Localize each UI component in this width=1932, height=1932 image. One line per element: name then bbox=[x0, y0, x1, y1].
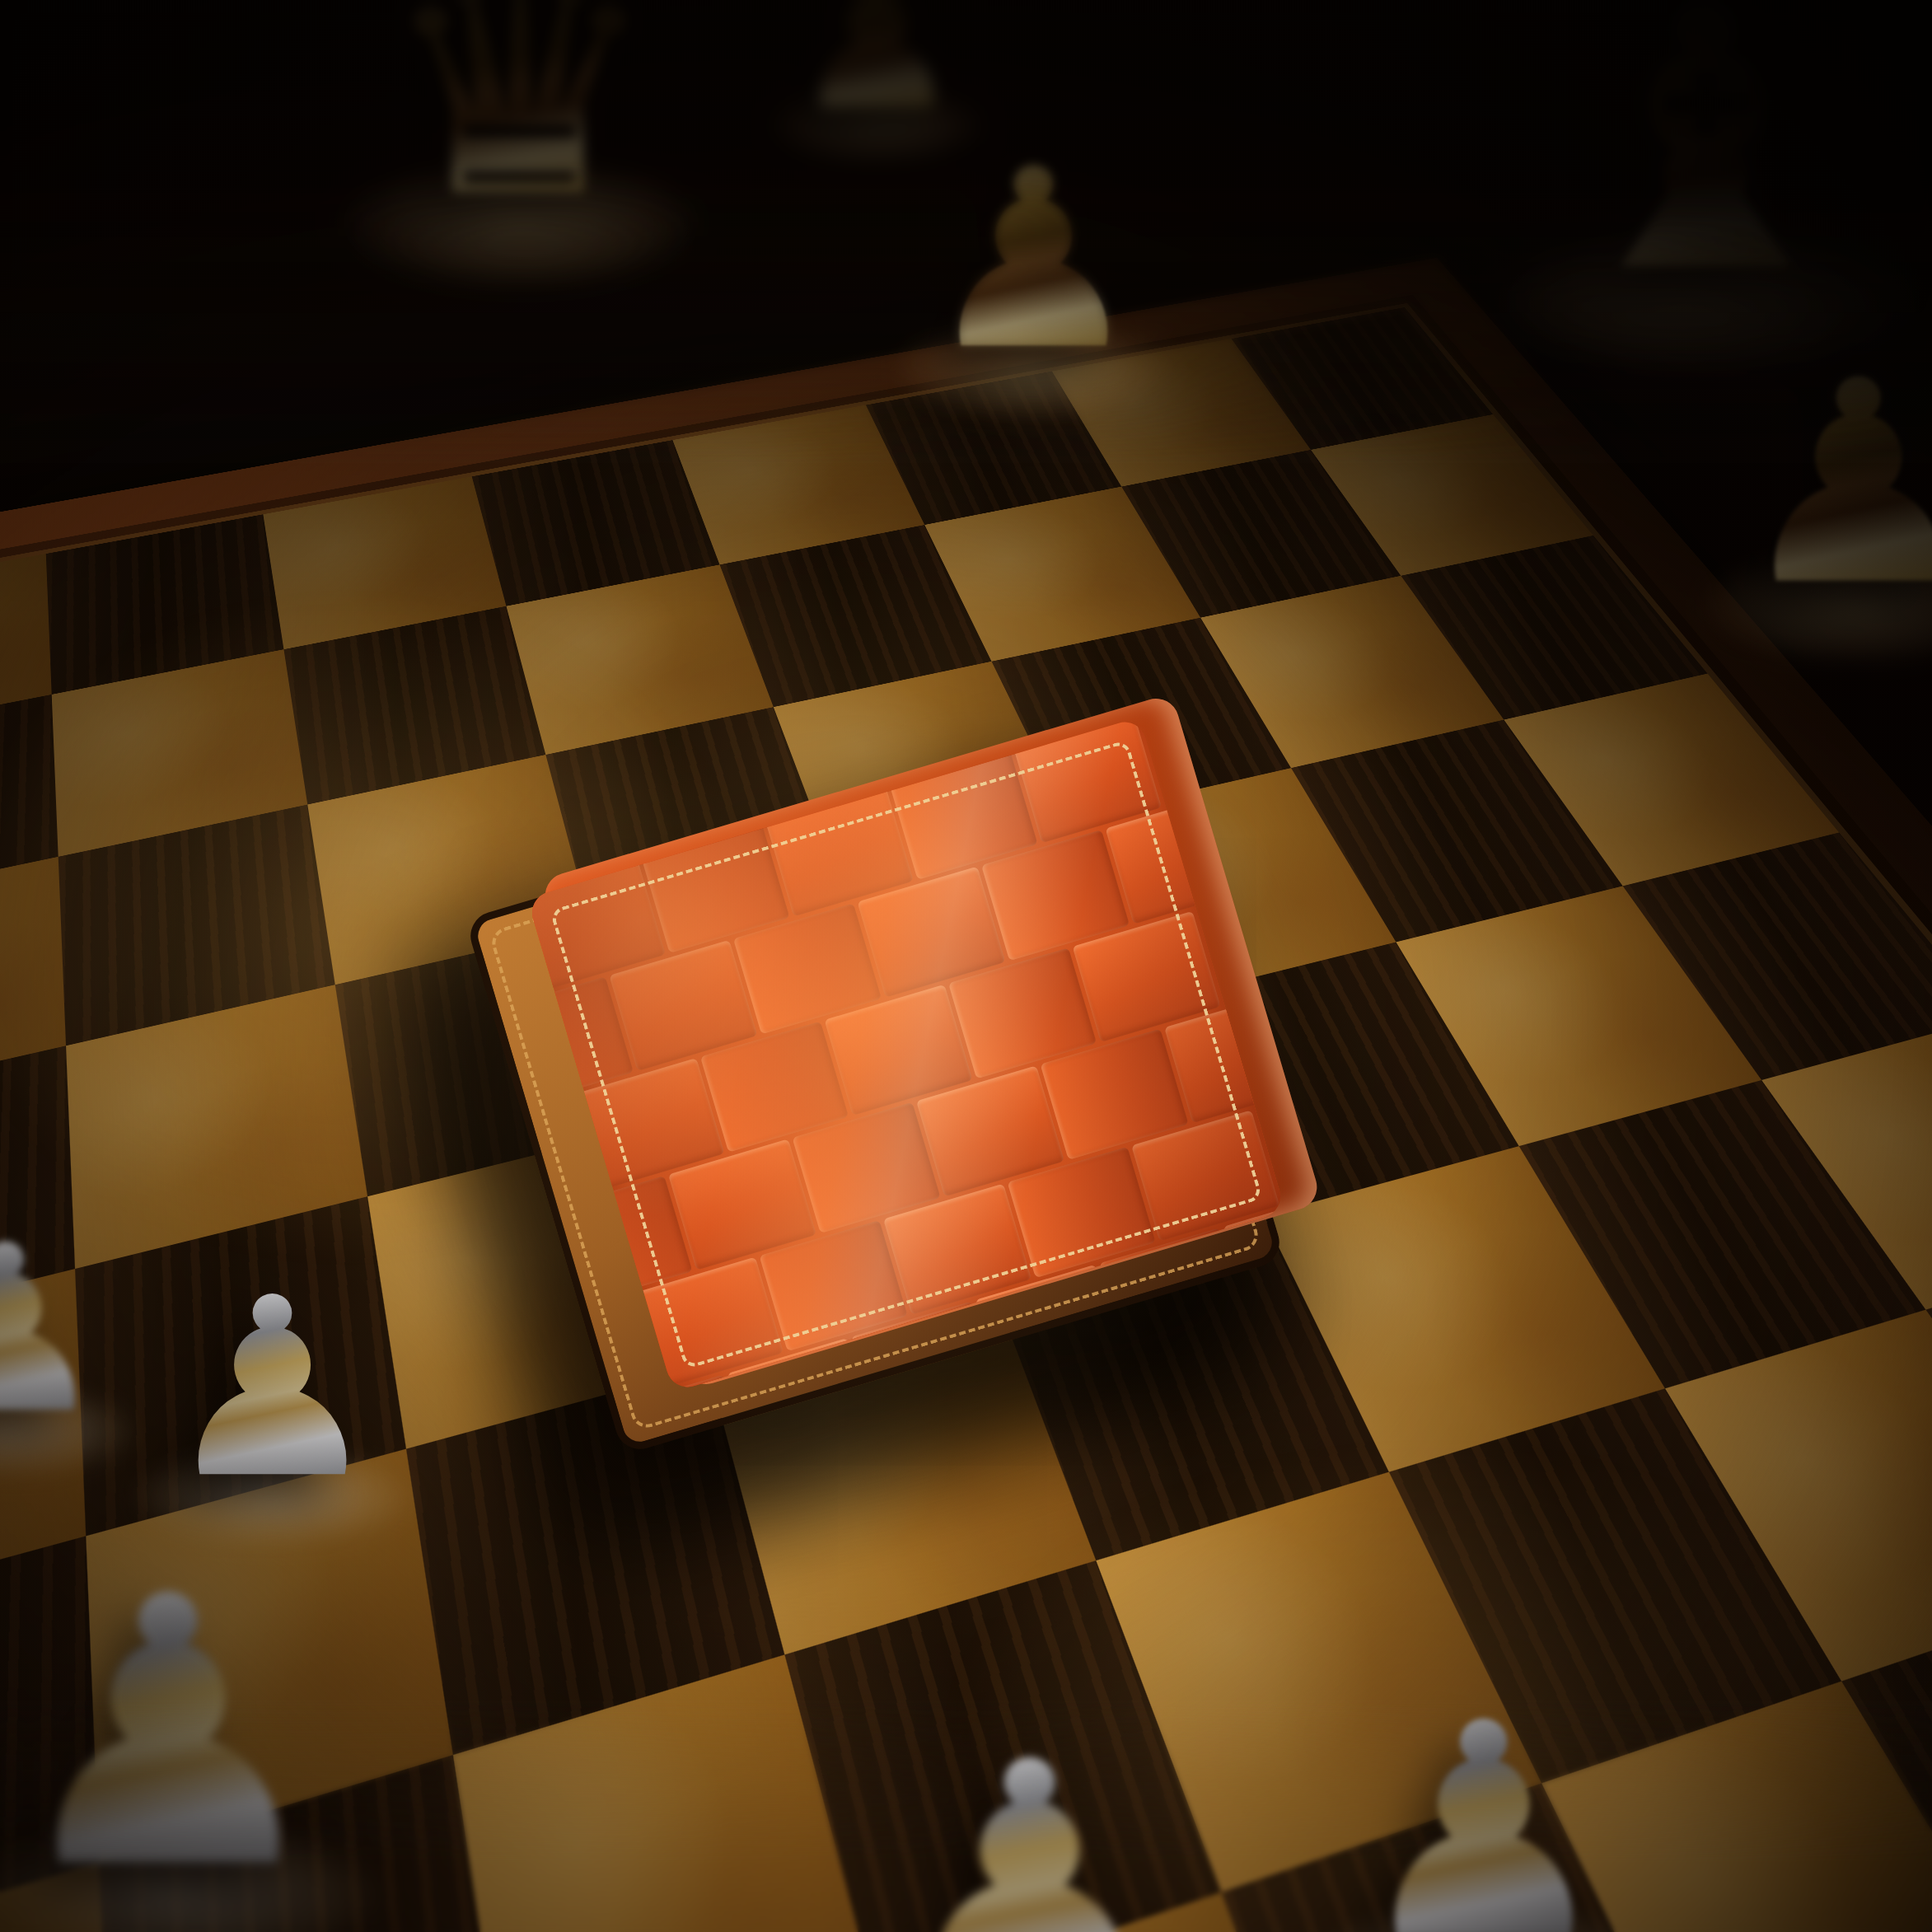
silver-pawn-foreground: ♟ bbox=[2, 1548, 334, 1919]
silver-pawn-mid-left: ♟ bbox=[161, 1265, 383, 1513]
silver-pawn-bottom-right: ♟ bbox=[1351, 1685, 1617, 1932]
brass-pawn-top-edge: ♟ bbox=[793, 0, 962, 135]
pieces-layer: ♛♟♟♝♟♟♟♟♟♟ bbox=[0, 0, 1932, 1932]
brass-bishop-top-right: ♝ bbox=[1543, 0, 1868, 321]
photo-stage: ♛♟♟♝♟♟♟♟♟♟ bbox=[0, 0, 1932, 1932]
brass-pawn-right: ♟ bbox=[1733, 344, 1932, 624]
brass-queen-top-left: ♛ bbox=[379, 0, 660, 241]
brass-pawn-center: ♟ bbox=[923, 137, 1144, 384]
silver-pawn-left-edge: ♟ bbox=[0, 1214, 110, 1445]
silver-pawn-bottom-center: ♟ bbox=[886, 1719, 1174, 1932]
